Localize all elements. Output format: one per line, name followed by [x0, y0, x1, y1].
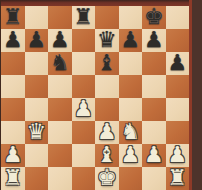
square-f8[interactable] — [119, 6, 143, 29]
piece-black-rook-a8[interactable]: ♜ — [3, 5, 23, 28]
square-c8[interactable] — [48, 6, 72, 29]
square-b5[interactable] — [25, 75, 49, 98]
square-a8[interactable]: ♜ — [1, 6, 25, 29]
square-e6[interactable]: ♝ — [95, 52, 119, 75]
square-h6[interactable]: ♟ — [166, 52, 190, 75]
square-e5[interactable] — [95, 75, 119, 98]
square-h4[interactable] — [166, 98, 190, 121]
square-f7[interactable]: ♟ — [119, 29, 143, 52]
square-g4[interactable] — [142, 98, 166, 121]
piece-white-pawn-d4[interactable]: ♟ — [73, 97, 93, 120]
square-a5[interactable] — [1, 75, 25, 98]
square-g1[interactable] — [142, 167, 166, 190]
square-g8[interactable]: ♚ — [142, 6, 166, 29]
piece-white-bishop-e2[interactable]: ♝ — [97, 143, 117, 166]
square-b6[interactable] — [25, 52, 49, 75]
square-g2[interactable]: ♟ — [142, 144, 166, 167]
square-d1[interactable] — [72, 167, 96, 190]
piece-white-knight-f3[interactable]: ♞ — [120, 120, 140, 143]
piece-white-rook-h1[interactable]: ♜ — [167, 166, 187, 189]
square-a1[interactable]: ♜ — [1, 167, 25, 190]
piece-white-pawn-e3[interactable]: ♟ — [97, 120, 117, 143]
square-d7[interactable] — [72, 29, 96, 52]
square-d6[interactable] — [72, 52, 96, 75]
square-g5[interactable] — [142, 75, 166, 98]
piece-black-rook-d8[interactable]: ♜ — [73, 5, 93, 28]
square-g3[interactable] — [142, 121, 166, 144]
piece-black-pawn-g7[interactable]: ♟ — [144, 28, 164, 51]
square-h1[interactable]: ♜ — [166, 167, 190, 190]
piece-black-bishop-e6[interactable]: ♝ — [97, 51, 117, 74]
square-h8[interactable] — [166, 6, 190, 29]
piece-black-pawn-c7[interactable]: ♟ — [50, 28, 70, 51]
square-c3[interactable] — [48, 121, 72, 144]
square-c2[interactable] — [48, 144, 72, 167]
square-b7[interactable]: ♟ — [25, 29, 49, 52]
chess-board: ♜♜♚♟♟♟♛♟♟♞♝♟♟♛♟♞♟♝♟♟♟♜♚♜ — [1, 6, 189, 190]
square-f3[interactable]: ♞ — [119, 121, 143, 144]
square-b8[interactable] — [25, 6, 49, 29]
square-d8[interactable]: ♜ — [72, 6, 96, 29]
piece-white-pawn-g2[interactable]: ♟ — [144, 143, 164, 166]
square-f4[interactable] — [119, 98, 143, 121]
square-a2[interactable]: ♟ — [1, 144, 25, 167]
piece-black-pawn-a7[interactable]: ♟ — [3, 28, 23, 51]
square-f5[interactable] — [119, 75, 143, 98]
square-e3[interactable]: ♟ — [95, 121, 119, 144]
square-f6[interactable] — [119, 52, 143, 75]
piece-white-pawn-a2[interactable]: ♟ — [3, 143, 23, 166]
square-f1[interactable] — [119, 167, 143, 190]
square-e8[interactable] — [95, 6, 119, 29]
square-e2[interactable]: ♝ — [95, 144, 119, 167]
piece-black-king-g8[interactable]: ♚ — [144, 5, 164, 28]
square-d5[interactable] — [72, 75, 96, 98]
piece-white-king-e1[interactable]: ♚ — [97, 166, 117, 189]
square-f2[interactable]: ♟ — [119, 144, 143, 167]
board-frame-right — [189, 0, 202, 190]
square-a6[interactable] — [1, 52, 25, 75]
square-g7[interactable]: ♟ — [142, 29, 166, 52]
square-c6[interactable]: ♞ — [48, 52, 72, 75]
square-b1[interactable] — [25, 167, 49, 190]
square-e7[interactable]: ♛ — [95, 29, 119, 52]
square-c4[interactable] — [48, 98, 72, 121]
piece-black-queen-e7[interactable]: ♛ — [97, 28, 117, 51]
piece-white-pawn-f2[interactable]: ♟ — [120, 143, 140, 166]
square-e1[interactable]: ♚ — [95, 167, 119, 190]
square-c5[interactable] — [48, 75, 72, 98]
piece-white-queen-b3[interactable]: ♛ — [26, 120, 46, 143]
square-c1[interactable] — [48, 167, 72, 190]
piece-white-pawn-h2[interactable]: ♟ — [167, 143, 187, 166]
piece-black-pawn-b7[interactable]: ♟ — [26, 28, 46, 51]
square-a4[interactable] — [1, 98, 25, 121]
square-b2[interactable] — [25, 144, 49, 167]
square-d3[interactable] — [72, 121, 96, 144]
square-g6[interactable] — [142, 52, 166, 75]
square-d4[interactable]: ♟ — [72, 98, 96, 121]
square-c7[interactable]: ♟ — [48, 29, 72, 52]
square-d2[interactable] — [72, 144, 96, 167]
piece-black-pawn-h6[interactable]: ♟ — [167, 51, 187, 74]
square-a3[interactable] — [1, 121, 25, 144]
square-h3[interactable] — [166, 121, 190, 144]
piece-white-rook-a1[interactable]: ♜ — [3, 166, 23, 189]
chess-app-view: ♜♜♚♟♟♟♛♟♟♞♝♟♟♛♟♞♟♝♟♟♟♜♚♜ — [0, 0, 202, 190]
square-e4[interactable] — [95, 98, 119, 121]
square-h7[interactable] — [166, 29, 190, 52]
square-h2[interactable]: ♟ — [166, 144, 190, 167]
square-h5[interactable] — [166, 75, 190, 98]
square-b3[interactable]: ♛ — [25, 121, 49, 144]
square-a7[interactable]: ♟ — [1, 29, 25, 52]
square-b4[interactable] — [25, 98, 49, 121]
piece-black-pawn-f7[interactable]: ♟ — [120, 28, 140, 51]
piece-black-knight-c6[interactable]: ♞ — [50, 51, 70, 74]
